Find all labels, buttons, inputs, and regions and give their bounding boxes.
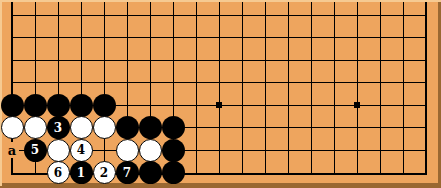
black-stone [162, 161, 185, 184]
white-stone [70, 116, 93, 139]
black-stone [1, 94, 24, 117]
black-stone [93, 94, 116, 117]
black-stone [139, 161, 162, 184]
white-stone [1, 116, 24, 139]
white-stone-6: 6 [47, 161, 70, 184]
point-label-a: a [6, 142, 19, 158]
white-stone [116, 139, 139, 162]
black-stone [162, 116, 185, 139]
white-stone [139, 139, 162, 162]
black-stone-5: 5 [24, 139, 47, 162]
black-stone [47, 94, 70, 117]
black-stone-3: 3 [47, 116, 70, 139]
black-stone [116, 116, 139, 139]
black-stone [70, 94, 93, 117]
black-stone-1: 1 [70, 161, 93, 184]
white-stone-4: 4 [70, 139, 93, 162]
black-stone [139, 116, 162, 139]
black-stone [24, 94, 47, 117]
black-stone [162, 139, 185, 162]
go-board-diagram: 3546127a [0, 0, 441, 188]
white-stone [93, 116, 116, 139]
intersection-grid: 3546127a [1, 4, 438, 185]
black-stone-7: 7 [116, 161, 139, 184]
white-stone [47, 139, 70, 162]
white-stone-2: 2 [93, 161, 116, 184]
white-stone [24, 116, 47, 139]
